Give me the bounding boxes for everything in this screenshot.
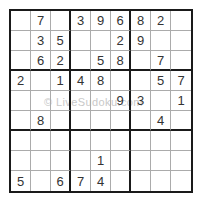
cell-r8c3[interactable] [51,151,71,171]
cell-r3c4[interactable] [71,51,91,71]
cell-r7c3[interactable] [51,131,71,151]
cell-r2c1[interactable] [11,31,31,51]
cell-r7c6[interactable] [111,131,131,151]
cell-r8c9[interactable] [171,151,191,171]
cell-r5c4[interactable] [71,91,91,111]
cell-r5c5[interactable] [91,91,111,111]
cell-r3c6[interactable]: 8 [111,51,131,71]
cell-r3c7[interactable] [131,51,151,71]
cell-r5c7[interactable]: 3 [131,91,151,111]
cell-r8c2[interactable] [31,151,51,171]
cell-r3c9[interactable] [171,51,191,71]
cell-r2c6[interactable]: 2 [111,31,131,51]
cell-r9c4[interactable]: 7 [71,171,91,191]
cell-r7c8[interactable] [151,131,171,151]
cell-r9c6[interactable] [111,171,131,191]
cell-r2c9[interactable] [171,31,191,51]
cell-r2c3[interactable]: 5 [51,31,71,51]
cell-r1c4[interactable]: 3 [71,11,91,31]
cell-r5c8[interactable] [151,91,171,111]
cell-r5c3[interactable] [51,91,71,111]
cell-r6c2[interactable]: 8 [31,111,51,131]
cell-r5c2[interactable] [31,91,51,111]
cell-r4c7[interactable] [131,71,151,91]
cell-r9c9[interactable] [171,171,191,191]
cell-r3c3[interactable]: 2 [51,51,71,71]
cell-r3c2[interactable]: 6 [31,51,51,71]
cell-r2c5[interactable] [91,31,111,51]
cell-r6c9[interactable] [171,111,191,131]
cell-r7c9[interactable] [171,131,191,151]
cell-r9c1[interactable]: 5 [11,171,31,191]
cell-r6c5[interactable] [91,111,111,131]
cell-r4c1[interactable]: 2 [11,71,31,91]
cell-r1c6[interactable]: 6 [111,11,131,31]
cell-r8c6[interactable] [111,151,131,171]
cell-r4c6[interactable] [111,71,131,91]
cell-r9c2[interactable] [31,171,51,191]
cell-r2c2[interactable]: 3 [31,31,51,51]
cell-r9c5[interactable]: 4 [91,171,111,191]
cell-r1c9[interactable] [171,11,191,31]
cell-r6c1[interactable] [11,111,31,131]
cell-r5c9[interactable]: 1 [171,91,191,111]
cell-r6c8[interactable]: 4 [151,111,171,131]
cell-r7c5[interactable] [91,131,111,151]
cell-r4c2[interactable] [31,71,51,91]
cell-r1c5[interactable]: 9 [91,11,111,31]
cell-r8c1[interactable] [11,151,31,171]
cell-r7c2[interactable] [31,131,51,151]
cell-r8c7[interactable] [131,151,151,171]
cell-r6c6[interactable] [111,111,131,131]
cell-r3c5[interactable]: 5 [91,51,111,71]
cell-r5c6[interactable]: 9 [111,91,131,111]
cell-r8c5[interactable]: 1 [91,151,111,171]
cell-r4c5[interactable]: 8 [91,71,111,91]
cell-r1c3[interactable] [51,11,71,31]
cell-r9c8[interactable] [151,171,171,191]
cell-r4c3[interactable]: 1 [51,71,71,91]
cell-r5c1[interactable] [11,91,31,111]
cell-r7c7[interactable] [131,131,151,151]
cell-r6c3[interactable] [51,111,71,131]
cell-r7c1[interactable] [11,131,31,151]
cell-r1c7[interactable]: 8 [131,11,151,31]
cell-r6c7[interactable] [131,111,151,131]
cell-r2c7[interactable]: 9 [131,31,151,51]
cell-r3c1[interactable] [11,51,31,71]
cell-r2c4[interactable] [71,31,91,51]
cell-r1c8[interactable]: 2 [151,11,171,31]
cell-r9c3[interactable]: 6 [51,171,71,191]
cell-r8c8[interactable] [151,151,171,171]
cell-r4c4[interactable]: 4 [71,71,91,91]
cell-r7c4[interactable] [71,131,91,151]
cell-r1c1[interactable] [11,11,31,31]
cell-r3c8[interactable]: 7 [151,51,171,71]
sudoku-board: © LiveSudoku.com 73968235296258721485793… [9,9,193,193]
cell-r9c7[interactable] [131,171,151,191]
cell-r1c2[interactable]: 7 [31,11,51,31]
cell-r6c4[interactable] [71,111,91,131]
cell-r2c8[interactable] [151,31,171,51]
cell-r4c9[interactable]: 7 [171,71,191,91]
cell-r4c8[interactable]: 5 [151,71,171,91]
cell-r8c4[interactable] [71,151,91,171]
